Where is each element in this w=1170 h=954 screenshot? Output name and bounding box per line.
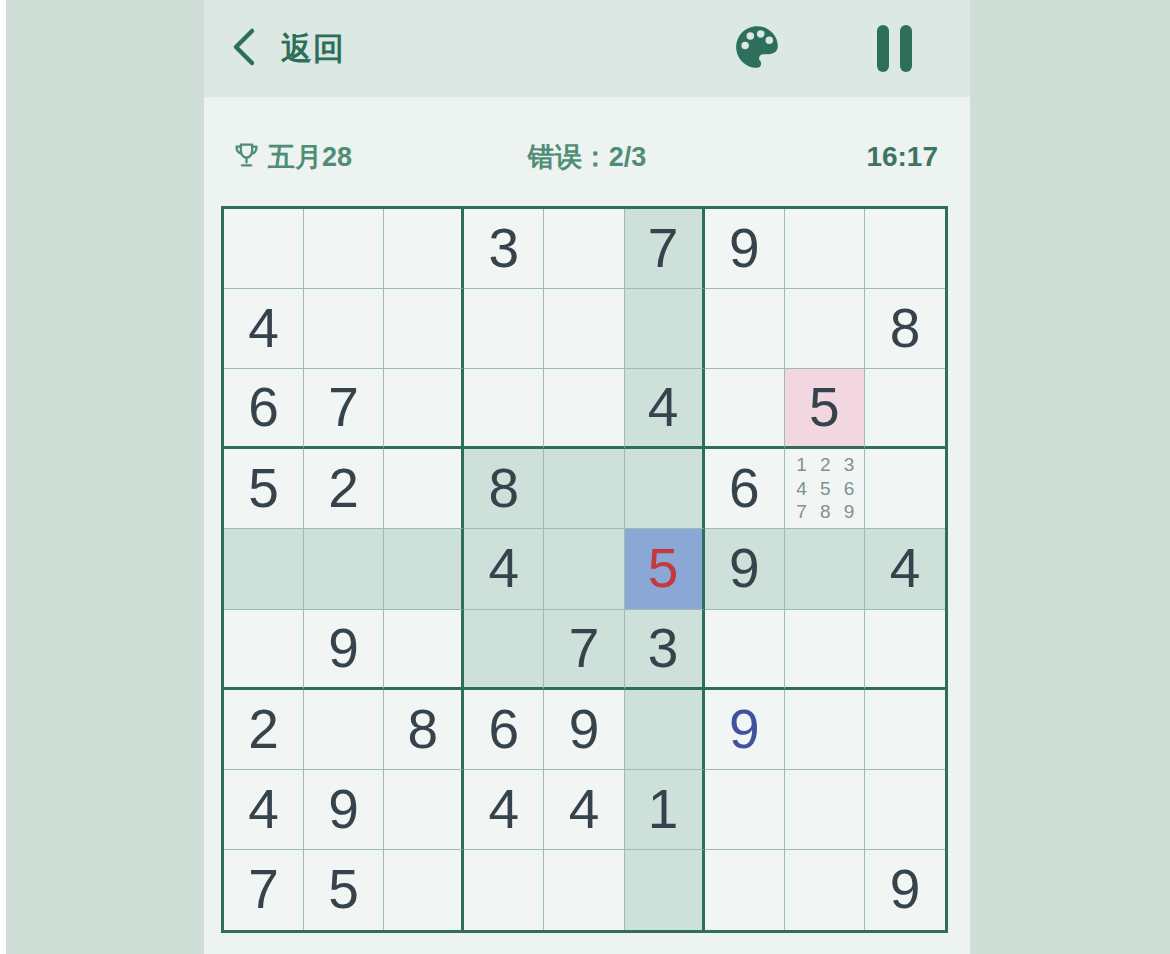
cell-r2c5[interactable]	[544, 289, 624, 369]
pause-icon	[877, 25, 912, 72]
top-bar: 返回	[204, 0, 970, 97]
cell-r6c9[interactable]	[865, 610, 945, 690]
app-panel: 返回 错误：2/3	[204, 0, 970, 954]
cell-r4c4[interactable]: 8	[464, 449, 544, 529]
cell-r9c6[interactable]	[625, 850, 705, 930]
digit: 5	[248, 461, 279, 516]
digit: 5	[328, 862, 359, 917]
digit: 1	[648, 782, 679, 837]
cell-r3c3[interactable]	[384, 369, 464, 449]
cell-r9c9[interactable]: 9	[865, 850, 945, 930]
note-digit: 6	[837, 477, 861, 500]
digit: 7	[569, 621, 600, 676]
digit: 7	[328, 380, 359, 435]
cell-r2c9[interactable]: 8	[865, 289, 945, 369]
cell-r3c9[interactable]	[865, 369, 945, 449]
screen-left-edge	[0, 0, 6, 954]
cell-r5c9[interactable]: 4	[865, 529, 945, 609]
cell-r2c1[interactable]: 4	[224, 289, 304, 369]
cell-r1c2[interactable]	[304, 209, 384, 289]
digit: 4	[248, 301, 279, 356]
digit: 7	[248, 862, 279, 917]
cell-r6c8[interactable]	[785, 610, 865, 690]
cell-r5c6[interactable]: 5	[625, 529, 705, 609]
cell-r6c5[interactable]: 7	[544, 610, 624, 690]
digit: 4	[648, 380, 679, 435]
palette-icon	[732, 59, 782, 76]
cell-r8c7[interactable]	[705, 770, 785, 850]
digit: 9	[890, 862, 921, 917]
cell-r8c5[interactable]: 4	[544, 770, 624, 850]
cell-r5c3[interactable]	[384, 529, 464, 609]
digit: 4	[489, 541, 520, 596]
cell-r6c1[interactable]	[224, 610, 304, 690]
pause-button[interactable]	[877, 25, 912, 72]
note-digit: 1	[790, 453, 814, 476]
note-digit: 8	[813, 500, 837, 523]
cell-r7c8[interactable]	[785, 690, 865, 770]
note-digit: 9	[837, 500, 861, 523]
cell-r5c2[interactable]	[304, 529, 384, 609]
cell-r3c7[interactable]	[705, 369, 785, 449]
note-digit: 5	[813, 477, 837, 500]
cell-r1c9[interactable]	[865, 209, 945, 289]
cell-r8c4[interactable]: 4	[464, 770, 544, 850]
digit: 8	[489, 461, 520, 516]
cell-r7c5[interactable]: 9	[544, 690, 624, 770]
cell-r4c5[interactable]	[544, 449, 624, 529]
cell-r2c8[interactable]	[785, 289, 865, 369]
cell-r9c7[interactable]	[705, 850, 785, 930]
digit: 2	[248, 702, 279, 757]
digit: 9	[729, 221, 760, 276]
digit: 8	[890, 301, 921, 356]
cell-r4c8[interactable]: 123456789	[785, 449, 865, 529]
cell-r8c9[interactable]	[865, 770, 945, 850]
cell-r9c2[interactable]: 5	[304, 850, 384, 930]
digit: 2	[328, 461, 359, 516]
cell-r7c4[interactable]: 6	[464, 690, 544, 770]
cell-r6c2[interactable]: 9	[304, 610, 384, 690]
digit: 9	[569, 702, 600, 757]
timer: 16:17	[866, 134, 938, 180]
difficulty-date: 五月28	[232, 134, 352, 180]
digit: 4	[890, 541, 921, 596]
cell-r3c6[interactable]: 4	[625, 369, 705, 449]
cell-r7c6[interactable]	[625, 690, 705, 770]
theme-button[interactable]	[732, 21, 782, 73]
date-label: 五月28	[268, 139, 352, 175]
cell-r5c5[interactable]	[544, 529, 624, 609]
cell-r8c2[interactable]: 9	[304, 770, 384, 850]
sudoku-grid: 3794867455286123456789459497328699494417…	[221, 206, 948, 933]
cell-r4c2[interactable]: 2	[304, 449, 384, 529]
cell-r4c1[interactable]: 5	[224, 449, 304, 529]
cell-r6c4[interactable]	[464, 610, 544, 690]
cell-r4c7[interactable]: 6	[705, 449, 785, 529]
cell-r1c4[interactable]: 3	[464, 209, 544, 289]
cell-r1c8[interactable]	[785, 209, 865, 289]
back-label: 返回	[281, 28, 345, 70]
trophy-icon	[232, 140, 261, 175]
cell-r7c1[interactable]: 2	[224, 690, 304, 770]
digit: 5	[809, 380, 840, 435]
cell-r3c5[interactable]	[544, 369, 624, 449]
cell-r8c6[interactable]: 1	[625, 770, 705, 850]
note-digit: 3	[837, 453, 861, 476]
cell-r8c8[interactable]	[785, 770, 865, 850]
digit: 8	[407, 702, 438, 757]
cell-r2c7[interactable]	[705, 289, 785, 369]
cell-r5c8[interactable]	[785, 529, 865, 609]
cell-r7c9[interactable]	[865, 690, 945, 770]
cell-r9c8[interactable]	[785, 850, 865, 930]
cell-r3c8[interactable]: 5	[785, 369, 865, 449]
digit: 3	[489, 221, 520, 276]
digit: 9	[729, 541, 760, 596]
digit: 4	[489, 782, 520, 837]
cell-r7c7[interactable]: 9	[705, 690, 785, 770]
cell-r4c6[interactable]	[625, 449, 705, 529]
digit: 5	[648, 541, 679, 596]
cell-r9c4[interactable]	[464, 850, 544, 930]
cell-r5c4[interactable]: 4	[464, 529, 544, 609]
cell-r7c3[interactable]: 8	[384, 690, 464, 770]
cell-r1c6[interactable]: 7	[625, 209, 705, 289]
cell-r1c5[interactable]	[544, 209, 624, 289]
cell-r3c1[interactable]: 6	[224, 369, 304, 449]
digit: 9	[729, 702, 760, 757]
cell-r4c9[interactable]	[865, 449, 945, 529]
cell-r3c2[interactable]: 7	[304, 369, 384, 449]
digit: 9	[328, 782, 359, 837]
cell-r9c5[interactable]	[544, 850, 624, 930]
cell-r9c1[interactable]: 7	[224, 850, 304, 930]
digit: 7	[648, 221, 679, 276]
cell-r2c3[interactable]	[384, 289, 464, 369]
digit: 6	[248, 380, 279, 435]
digit: 6	[729, 461, 760, 516]
cell-r6c3[interactable]	[384, 610, 464, 690]
cell-r1c3[interactable]	[384, 209, 464, 289]
cell-r8c1[interactable]: 4	[224, 770, 304, 850]
cell-r7c2[interactable]	[304, 690, 384, 770]
cell-r4c3[interactable]	[384, 449, 464, 529]
cell-r9c3[interactable]	[384, 850, 464, 930]
note-digit: 7	[790, 500, 814, 523]
cell-r8c3[interactable]	[384, 770, 464, 850]
cell-r1c7[interactable]: 9	[705, 209, 785, 289]
cell-r5c1[interactable]	[224, 529, 304, 609]
digit: 4	[248, 782, 279, 837]
cell-r6c7[interactable]	[705, 610, 785, 690]
cell-r3c4[interactable]	[464, 369, 544, 449]
note-digit: 2	[813, 453, 837, 476]
back-button[interactable]: 返回	[230, 0, 345, 97]
digit: 4	[569, 782, 600, 837]
cell-r2c6[interactable]	[625, 289, 705, 369]
pencil-notes: 123456789	[790, 453, 861, 523]
digit: 9	[328, 621, 359, 676]
cell-r6c6[interactable]: 3	[625, 610, 705, 690]
back-chevron-icon	[230, 27, 257, 71]
cell-r5c7[interactable]: 9	[705, 529, 785, 609]
cell-r1c1[interactable]	[224, 209, 304, 289]
cell-r2c4[interactable]	[464, 289, 544, 369]
note-digit: 4	[790, 477, 814, 500]
digit: 6	[489, 702, 520, 757]
status-bar: 错误：2/3 五月28 16:17	[204, 134, 970, 180]
cell-r2c2[interactable]	[304, 289, 384, 369]
digit: 3	[648, 621, 679, 676]
